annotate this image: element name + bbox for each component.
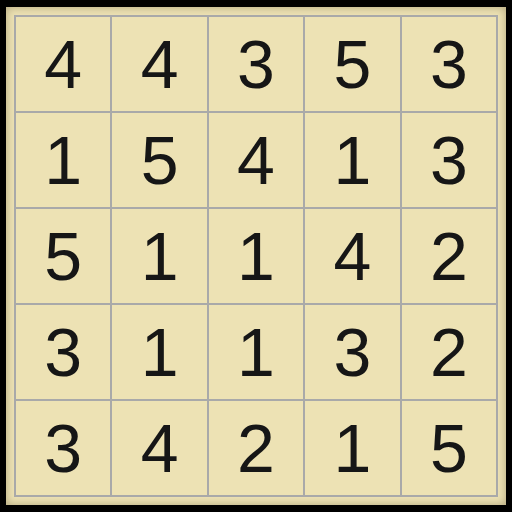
grid-cell-r4c5[interactable]: 2 <box>402 305 496 399</box>
grid-cell-r4c1[interactable]: 3 <box>16 305 110 399</box>
grid-cell-r2c4[interactable]: 1 <box>305 113 399 207</box>
grid-cell-r2c1[interactable]: 1 <box>16 113 110 207</box>
grid-cell-r5c5[interactable]: 5 <box>402 401 496 495</box>
grid-cell-r1c2[interactable]: 4 <box>112 17 206 111</box>
grid-cell-r3c2[interactable]: 1 <box>112 209 206 303</box>
grid-cell-r4c3[interactable]: 1 <box>209 305 303 399</box>
grid-cell-r3c3[interactable]: 1 <box>209 209 303 303</box>
grid-cell-r1c3[interactable]: 3 <box>209 17 303 111</box>
grid-cell-r5c3[interactable]: 2 <box>209 401 303 495</box>
grid-cell-r4c4[interactable]: 3 <box>305 305 399 399</box>
grid-cell-r4c2[interactable]: 1 <box>112 305 206 399</box>
grid-cell-r1c1[interactable]: 4 <box>16 17 110 111</box>
grid-cell-r5c4[interactable]: 1 <box>305 401 399 495</box>
black-frame: 4435315413511423113234215 <box>0 0 512 512</box>
grid-cell-r3c4[interactable]: 4 <box>305 209 399 303</box>
grid-cell-r2c5[interactable]: 3 <box>402 113 496 207</box>
grid-cell-r5c2[interactable]: 4 <box>112 401 206 495</box>
grid-cell-r1c4[interactable]: 5 <box>305 17 399 111</box>
number-grid: 4435315413511423113234215 <box>14 15 498 497</box>
grid-cell-r2c2[interactable]: 5 <box>112 113 206 207</box>
puzzle-board: 4435315413511423113234215 <box>6 7 506 505</box>
grid-cell-r5c1[interactable]: 3 <box>16 401 110 495</box>
grid-cell-r1c5[interactable]: 3 <box>402 17 496 111</box>
grid-cell-r3c5[interactable]: 2 <box>402 209 496 303</box>
grid-cell-r3c1[interactable]: 5 <box>16 209 110 303</box>
grid-cell-r2c3[interactable]: 4 <box>209 113 303 207</box>
